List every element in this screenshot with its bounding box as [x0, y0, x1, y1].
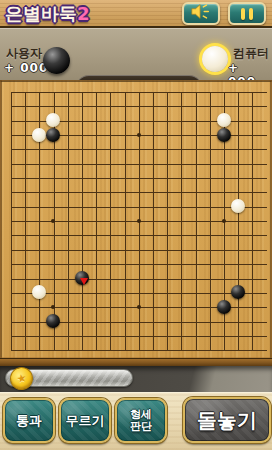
user-score: + 000 — [4, 61, 48, 75]
undo-button[interactable]: 무르기 — [59, 398, 111, 443]
star-point — [51, 219, 55, 223]
pause-button[interactable] — [228, 2, 266, 25]
goban[interactable] — [0, 80, 272, 358]
black-stone — [46, 128, 60, 142]
sound-button[interactable] — [182, 2, 220, 25]
speaker-icon — [190, 4, 212, 23]
info-bar: 사용자 + 000 상급 19로 7 집반 컴퓨터 + 000 — [0, 28, 272, 80]
star-point — [137, 305, 141, 309]
computer-label: 컴퓨터 — [233, 45, 269, 62]
black-stone — [75, 271, 89, 285]
pass-button[interactable]: 통과 — [3, 398, 55, 443]
black-stone — [217, 300, 231, 314]
app-title: 은별바둑2 — [5, 2, 90, 26]
undo-button-label: 무르기 — [66, 412, 105, 430]
white-stone — [217, 113, 231, 127]
app-title-suffix: 2 — [77, 3, 90, 24]
app-title-main: 은별바둑 — [5, 3, 77, 24]
board-side-edge — [0, 358, 272, 366]
top-bar: 은별바둑2 — [0, 0, 272, 28]
black-stone — [217, 128, 231, 142]
last-move-marker — [80, 278, 88, 285]
coin-progress-bar: ★ — [5, 369, 133, 387]
place-stone-button[interactable]: 돌놓기 — [183, 397, 271, 443]
pause-icon — [241, 8, 253, 20]
pass-button-label: 통과 — [16, 412, 42, 430]
white-stone — [32, 128, 46, 142]
star-point — [137, 219, 141, 223]
floor-area: ★ — [0, 366, 272, 392]
star-point — [222, 219, 226, 223]
app-window: 은별바둑2 사용자 + 000 상급 19로 7 집반 — [0, 0, 272, 450]
star-point — [137, 133, 141, 137]
user-black-stone — [43, 47, 70, 74]
place-stone-button-label: 돌놓기 — [197, 407, 257, 434]
bottom-button-bar: 통과 무르기 형세 판단 돌놓기 — [0, 392, 272, 450]
estimate-button[interactable]: 형세 판단 — [115, 398, 167, 443]
user-label: 사용자 — [6, 45, 42, 62]
estimate-button-label-line2: 판단 — [130, 421, 152, 433]
estimate-button-label-line1: 형세 — [130, 409, 152, 421]
computer-white-stone-turn-indicator — [202, 46, 228, 72]
coin-icon: ★ — [8, 365, 35, 392]
